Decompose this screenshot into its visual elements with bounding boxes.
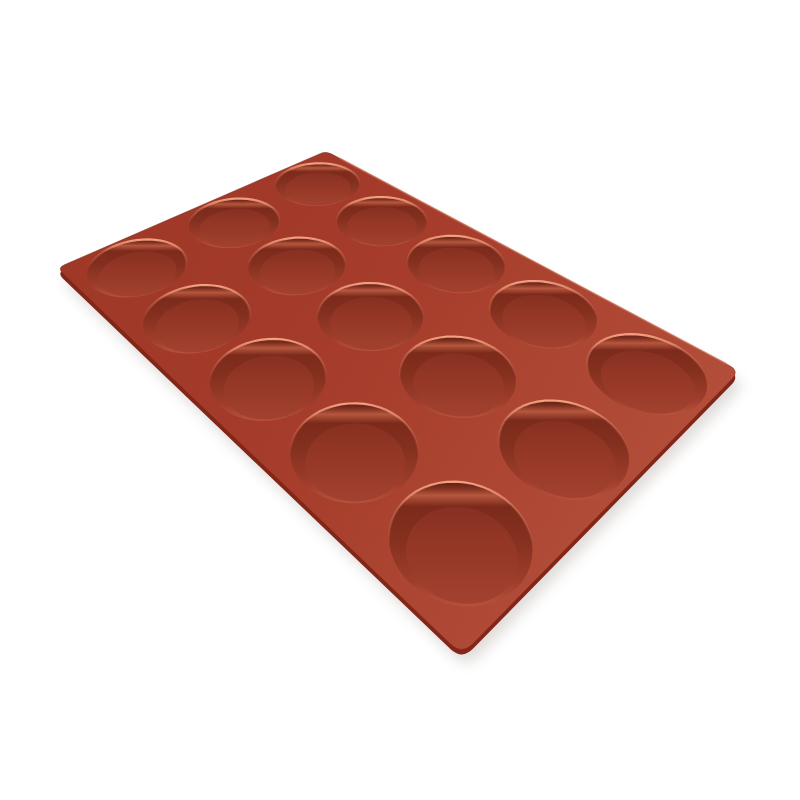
cavity-floor xyxy=(330,297,412,350)
product-photo-canvas xyxy=(0,0,800,800)
baking-mould-illustration xyxy=(0,0,800,800)
cavity-floor xyxy=(306,424,405,502)
